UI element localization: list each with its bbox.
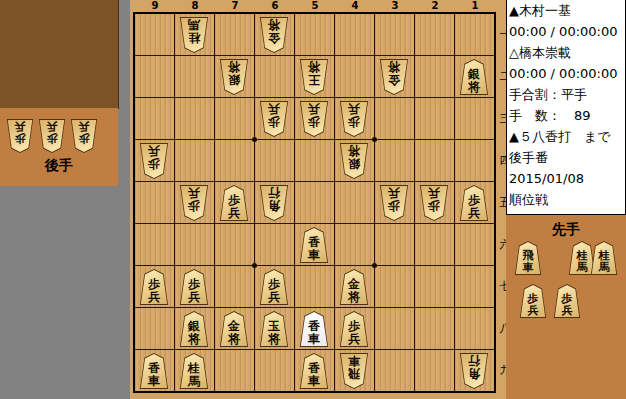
square-5-5[interactable] [295,182,334,223]
koma-kanji: 銀将 [179,311,209,347]
square-9-3[interactable] [135,98,174,139]
koma-kanji: 香車 [299,353,329,389]
file-label-4: 4 [335,0,375,12]
koma-gote-歩兵[interactable]: 歩兵 [379,185,409,221]
koma-sente-桂馬[interactable]: 桂馬 [179,353,209,389]
sente-hand-row1: 飛車桂馬桂馬 [514,241,618,275]
koma-kanji: 香車 [299,227,329,263]
koma-sente-歩兵[interactable]: 歩兵 [179,269,209,305]
square-9-6[interactable] [135,224,174,265]
square-6-2[interactable] [255,56,294,97]
square-3-3[interactable] [375,98,414,139]
koma-kanji: 角行 [259,185,289,221]
koma-gote-銀将[interactable]: 銀将 [219,59,249,95]
koma-gote-金将[interactable]: 金将 [379,59,409,95]
square-9-5[interactable] [135,182,174,223]
koma-sente-歩兵[interactable]: 歩兵 [219,185,249,221]
square-2-6[interactable] [415,224,454,265]
square-2-1[interactable] [415,14,454,55]
koma-kanji: 歩兵 [259,269,289,305]
square-3-8[interactable] [375,308,414,349]
koma-sente-銀将[interactable]: 銀将 [179,311,209,347]
koma-gote-金将[interactable]: 金将 [259,17,289,53]
star-point [372,137,377,142]
file-label-2: 2 [415,0,455,12]
koma-kanji: 歩兵 [139,269,169,305]
square-1-1[interactable] [455,14,494,55]
info-line-7: 後手番 [507,147,625,168]
square-2-3[interactable] [415,98,454,139]
gote-hand-tray: 歩兵歩兵歩兵 後手 [0,108,118,186]
file-label-8: 8 [175,0,215,12]
koma-kanji: 桂馬 [590,241,618,275]
koma-kanji: 歩兵 [553,284,581,318]
koma-kanji: 歩兵 [6,119,34,153]
square-7-1[interactable] [215,14,254,55]
koma-gote-桂馬[interactable]: 桂馬 [179,17,209,53]
koma-kanji: 歩兵 [459,185,489,221]
koma-kanji: 歩兵 [379,185,409,221]
square-9-8[interactable] [135,308,174,349]
square-3-7[interactable] [375,266,414,307]
square-8-4[interactable] [175,140,214,181]
koma-sente-香車[interactable]: 香車 [299,311,329,347]
info-line-9: 順位戦 [507,189,625,210]
square-2-2[interactable] [415,56,454,97]
square-2-8[interactable] [415,308,454,349]
square-2-4[interactable] [415,140,454,181]
koma-kanji: 歩兵 [219,185,249,221]
sente-hand-tray: 先手 飛車桂馬桂馬 歩兵歩兵 [506,216,626,399]
koma-kanji: 歩兵 [339,311,369,347]
koma-kanji: 金将 [379,59,409,95]
info-line-2: △橋本崇載 [507,42,625,63]
info-line-5: 手 数： 89 [507,105,625,126]
koma-kanji: 歩兵 [139,143,169,179]
koma-kanji: 銀将 [459,59,489,95]
info-line-6: ▲５八香打 まで [507,126,625,147]
koma-gote-歩兵[interactable]: 歩兵 [339,101,369,137]
info-line-3: 00:00 / 00:00:00 [507,63,625,84]
koma-kanji: 桂馬 [179,17,209,53]
square-3-6[interactable] [375,224,414,265]
koma-sente-歩兵[interactable]: 歩兵 [519,284,547,318]
square-3-1[interactable] [375,14,414,55]
koma-sente-香車[interactable]: 香車 [139,353,169,389]
koma-sente-香車[interactable]: 香車 [299,227,329,263]
koma-gote-角行[interactable]: 角行 [459,353,489,389]
koma-kanji: 歩兵 [38,119,66,153]
square-1-3[interactable] [455,98,494,139]
koma-kanji: 金将 [259,17,289,53]
square-3-9[interactable] [375,350,414,391]
file-labels: 987654321 [133,0,498,12]
square-6-9[interactable] [255,350,294,391]
square-3-4[interactable] [375,140,414,181]
left-dark-wood-panel [0,0,119,109]
koma-gote-歩兵[interactable]: 歩兵 [259,101,289,137]
square-1-8[interactable] [455,308,494,349]
square-1-4[interactable] [455,140,494,181]
sente-hand-row2: 歩兵歩兵 [519,284,581,318]
koma-kanji: 歩兵 [179,269,209,305]
koma-sente-桂馬[interactable]: 桂馬 [590,241,618,275]
koma-kanji: 歩兵 [339,101,369,137]
koma-kanji: 歩兵 [519,284,547,318]
square-2-9[interactable] [415,350,454,391]
square-7-6[interactable] [215,224,254,265]
koma-kanji: 銀将 [219,59,249,95]
square-2-7[interactable] [415,266,454,307]
square-4-5[interactable] [335,182,374,223]
square-7-3[interactable] [215,98,254,139]
koma-kanji: 玉将 [259,311,289,347]
square-8-6[interactable] [175,224,214,265]
koma-kanji: 歩兵 [70,119,98,153]
koma-kanji: 王将 [299,59,329,95]
koma-sente-金将[interactable]: 金将 [219,311,249,347]
koma-kanji: 歩兵 [259,101,289,137]
square-4-6[interactable] [335,224,374,265]
kifu-window: 歩兵歩兵歩兵 後手 987654321 桂馬金将銀将王将金将銀将歩兵歩兵歩兵歩兵… [0,0,626,399]
file-label-5: 5 [295,0,335,12]
koma-gote-歩兵[interactable]: 歩兵 [139,143,169,179]
file-label-7: 7 [215,0,255,12]
koma-kanji: 香車 [139,353,169,389]
koma-gote-王将[interactable]: 王将 [299,59,329,95]
square-5-7[interactable] [295,266,334,307]
info-line-4: 手合割：平手 [507,84,625,105]
square-6-6[interactable] [255,224,294,265]
gote-hand-pieces: 歩兵歩兵歩兵 [6,119,98,153]
koma-sente-玉将[interactable]: 玉将 [259,311,289,347]
right-panel: ▲木村一基00:00 / 00:00:00△橋本崇載00:00 / 00:00:… [506,0,626,399]
koma-kanji: 歩兵 [419,185,449,221]
koma-sente-歩兵[interactable]: 歩兵 [339,311,369,347]
board-outer: 桂馬金将銀将王将金将銀将歩兵歩兵歩兵歩兵銀将歩兵歩兵角行歩兵歩兵歩兵香車歩兵歩兵… [133,12,496,393]
square-8-3[interactable] [175,98,214,139]
koma-gote-飛車[interactable]: 飛車 [339,353,369,389]
info-line-8: 2015/01/08 [507,168,625,189]
square-5-4[interactable] [295,140,334,181]
koma-sente-歩兵[interactable]: 歩兵 [259,269,289,305]
koma-gote-歩兵[interactable]: 歩兵 [299,101,329,137]
koma-sente-金将[interactable]: 金将 [339,269,369,305]
square-6-4[interactable] [255,140,294,181]
square-7-9[interactable] [215,350,254,391]
koma-kanji: 桂馬 [179,353,209,389]
square-9-1[interactable] [135,14,174,55]
koma-gote-歩兵[interactable]: 歩兵 [6,119,34,153]
koma-gote-歩兵[interactable]: 歩兵 [70,119,98,153]
square-5-1[interactable] [295,14,334,55]
koma-sente-歩兵[interactable]: 歩兵 [553,284,581,318]
file-label-6: 6 [255,0,295,12]
square-4-2[interactable] [335,56,374,97]
square-7-4[interactable] [215,140,254,181]
file-label-1: 1 [455,0,495,12]
koma-kanji: 香車 [299,311,329,347]
square-7-7[interactable] [215,266,254,307]
star-point [252,263,257,268]
koma-kanji: 歩兵 [179,185,209,221]
game-info-panel: ▲木村一基00:00 / 00:00:00△橋本崇載00:00 / 00:00:… [506,0,626,215]
koma-sente-歩兵[interactable]: 歩兵 [139,269,169,305]
koma-gote-角行[interactable]: 角行 [259,185,289,221]
koma-sente-銀将[interactable]: 銀将 [459,59,489,95]
koma-kanji: 飛車 [339,353,369,389]
square-1-6[interactable] [455,224,494,265]
koma-sente-歩兵[interactable]: 歩兵 [459,185,489,221]
sente-label: 先手 [506,221,626,239]
koma-sente-飛車[interactable]: 飛車 [514,241,542,275]
star-point [372,263,377,268]
square-9-2[interactable] [135,56,174,97]
square-1-7[interactable] [455,266,494,307]
left-panel: 歩兵歩兵歩兵 後手 [0,0,130,399]
star-point [252,137,257,142]
gote-label: 後手 [0,157,118,175]
koma-gote-歩兵[interactable]: 歩兵 [419,185,449,221]
file-label-3: 3 [375,0,415,12]
info-line-0: ▲木村一基 [507,0,625,21]
koma-kanji: 金将 [339,269,369,305]
square-4-1[interactable] [335,14,374,55]
info-line-1: 00:00 / 00:00:00 [507,21,625,42]
koma-kanji: 銀将 [339,143,369,179]
koma-gote-銀将[interactable]: 銀将 [339,143,369,179]
koma-kanji: 歩兵 [299,101,329,137]
koma-kanji: 飛車 [514,241,542,275]
koma-gote-歩兵[interactable]: 歩兵 [179,185,209,221]
koma-gote-歩兵[interactable]: 歩兵 [38,119,66,153]
file-label-9: 9 [135,0,175,12]
koma-kanji: 角行 [459,353,489,389]
square-8-2[interactable] [175,56,214,97]
koma-sente-香車[interactable]: 香車 [299,353,329,389]
koma-kanji: 金将 [219,311,249,347]
board-zone: 987654321 桂馬金将銀将王将金将銀将歩兵歩兵歩兵歩兵銀将歩兵歩兵角行歩兵… [130,0,506,399]
